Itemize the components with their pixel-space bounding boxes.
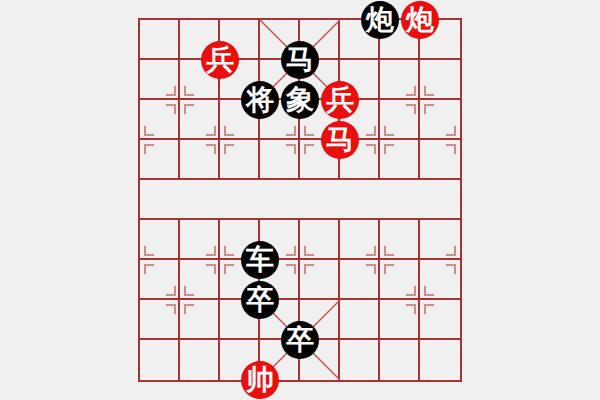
point-marker — [446, 126, 456, 136]
point-marker — [384, 264, 394, 274]
point-marker — [206, 144, 216, 154]
point-marker — [406, 104, 416, 114]
xiangqi-diagram: 炮炮兵马将象兵马车卒卒帅 — [0, 0, 600, 400]
point-marker — [446, 144, 456, 154]
point-marker — [304, 246, 314, 256]
xiangqi-board: 炮炮兵马将象兵马车卒卒帅 — [140, 20, 460, 380]
point-marker — [424, 86, 434, 96]
piece-red-soldier-a[interactable]: 兵 — [201, 41, 239, 79]
point-marker — [184, 304, 194, 314]
point-marker — [206, 126, 216, 136]
point-marker — [206, 264, 216, 274]
point-marker — [446, 264, 456, 274]
point-marker — [384, 126, 394, 136]
piece-red-horse[interactable]: 马 — [321, 121, 359, 159]
piece-red-cannon[interactable]: 炮 — [401, 1, 439, 39]
point-marker — [286, 246, 296, 256]
point-marker — [424, 104, 434, 114]
board-cell — [340, 340, 380, 380]
board-cell — [380, 180, 420, 220]
board-cell — [220, 180, 260, 220]
piece-black-horse[interactable]: 马 — [281, 41, 319, 79]
board-cell — [420, 340, 460, 380]
point-marker — [184, 286, 194, 296]
point-marker — [406, 304, 416, 314]
board-cell — [300, 180, 340, 220]
piece-black-elephant[interactable]: 象 — [281, 81, 319, 119]
piece-black-general[interactable]: 将 — [241, 81, 279, 119]
point-marker — [446, 246, 456, 256]
point-marker — [224, 246, 234, 256]
point-marker — [144, 126, 154, 136]
board-cell — [140, 340, 180, 380]
point-marker — [366, 264, 376, 274]
board-cell — [420, 180, 460, 220]
point-marker — [206, 246, 216, 256]
point-marker — [286, 144, 296, 154]
piece-black-soldier-a[interactable]: 卒 — [241, 281, 279, 319]
point-marker — [406, 286, 416, 296]
board-cell — [140, 20, 180, 60]
board-cell — [180, 180, 220, 220]
point-marker — [366, 246, 376, 256]
board-cell — [140, 180, 180, 220]
point-marker — [286, 264, 296, 274]
board-cell — [260, 180, 300, 220]
board-cell — [380, 340, 420, 380]
point-marker — [184, 86, 194, 96]
point-marker — [166, 304, 176, 314]
point-marker — [304, 264, 314, 274]
point-marker — [224, 126, 234, 136]
point-marker — [384, 144, 394, 154]
point-marker — [224, 144, 234, 154]
piece-red-general[interactable]: 帅 — [241, 361, 279, 399]
point-marker — [366, 126, 376, 136]
board-cell — [180, 340, 220, 380]
point-marker — [184, 104, 194, 114]
point-marker — [424, 304, 434, 314]
point-marker — [384, 246, 394, 256]
point-marker — [144, 246, 154, 256]
piece-black-cannon[interactable]: 炮 — [361, 1, 399, 39]
point-marker — [424, 286, 434, 296]
point-marker — [166, 286, 176, 296]
point-marker — [166, 104, 176, 114]
piece-black-soldier-b[interactable]: 卒 — [281, 321, 319, 359]
point-marker — [406, 86, 416, 96]
point-marker — [366, 144, 376, 154]
point-marker — [166, 86, 176, 96]
board-cell — [340, 300, 380, 340]
point-marker — [144, 144, 154, 154]
point-marker — [304, 126, 314, 136]
board-cell — [340, 180, 380, 220]
point-marker — [224, 264, 234, 274]
point-marker — [304, 144, 314, 154]
piece-red-soldier-b[interactable]: 兵 — [321, 81, 359, 119]
point-marker — [144, 264, 154, 274]
point-marker — [286, 126, 296, 136]
piece-black-chariot[interactable]: 车 — [241, 241, 279, 279]
